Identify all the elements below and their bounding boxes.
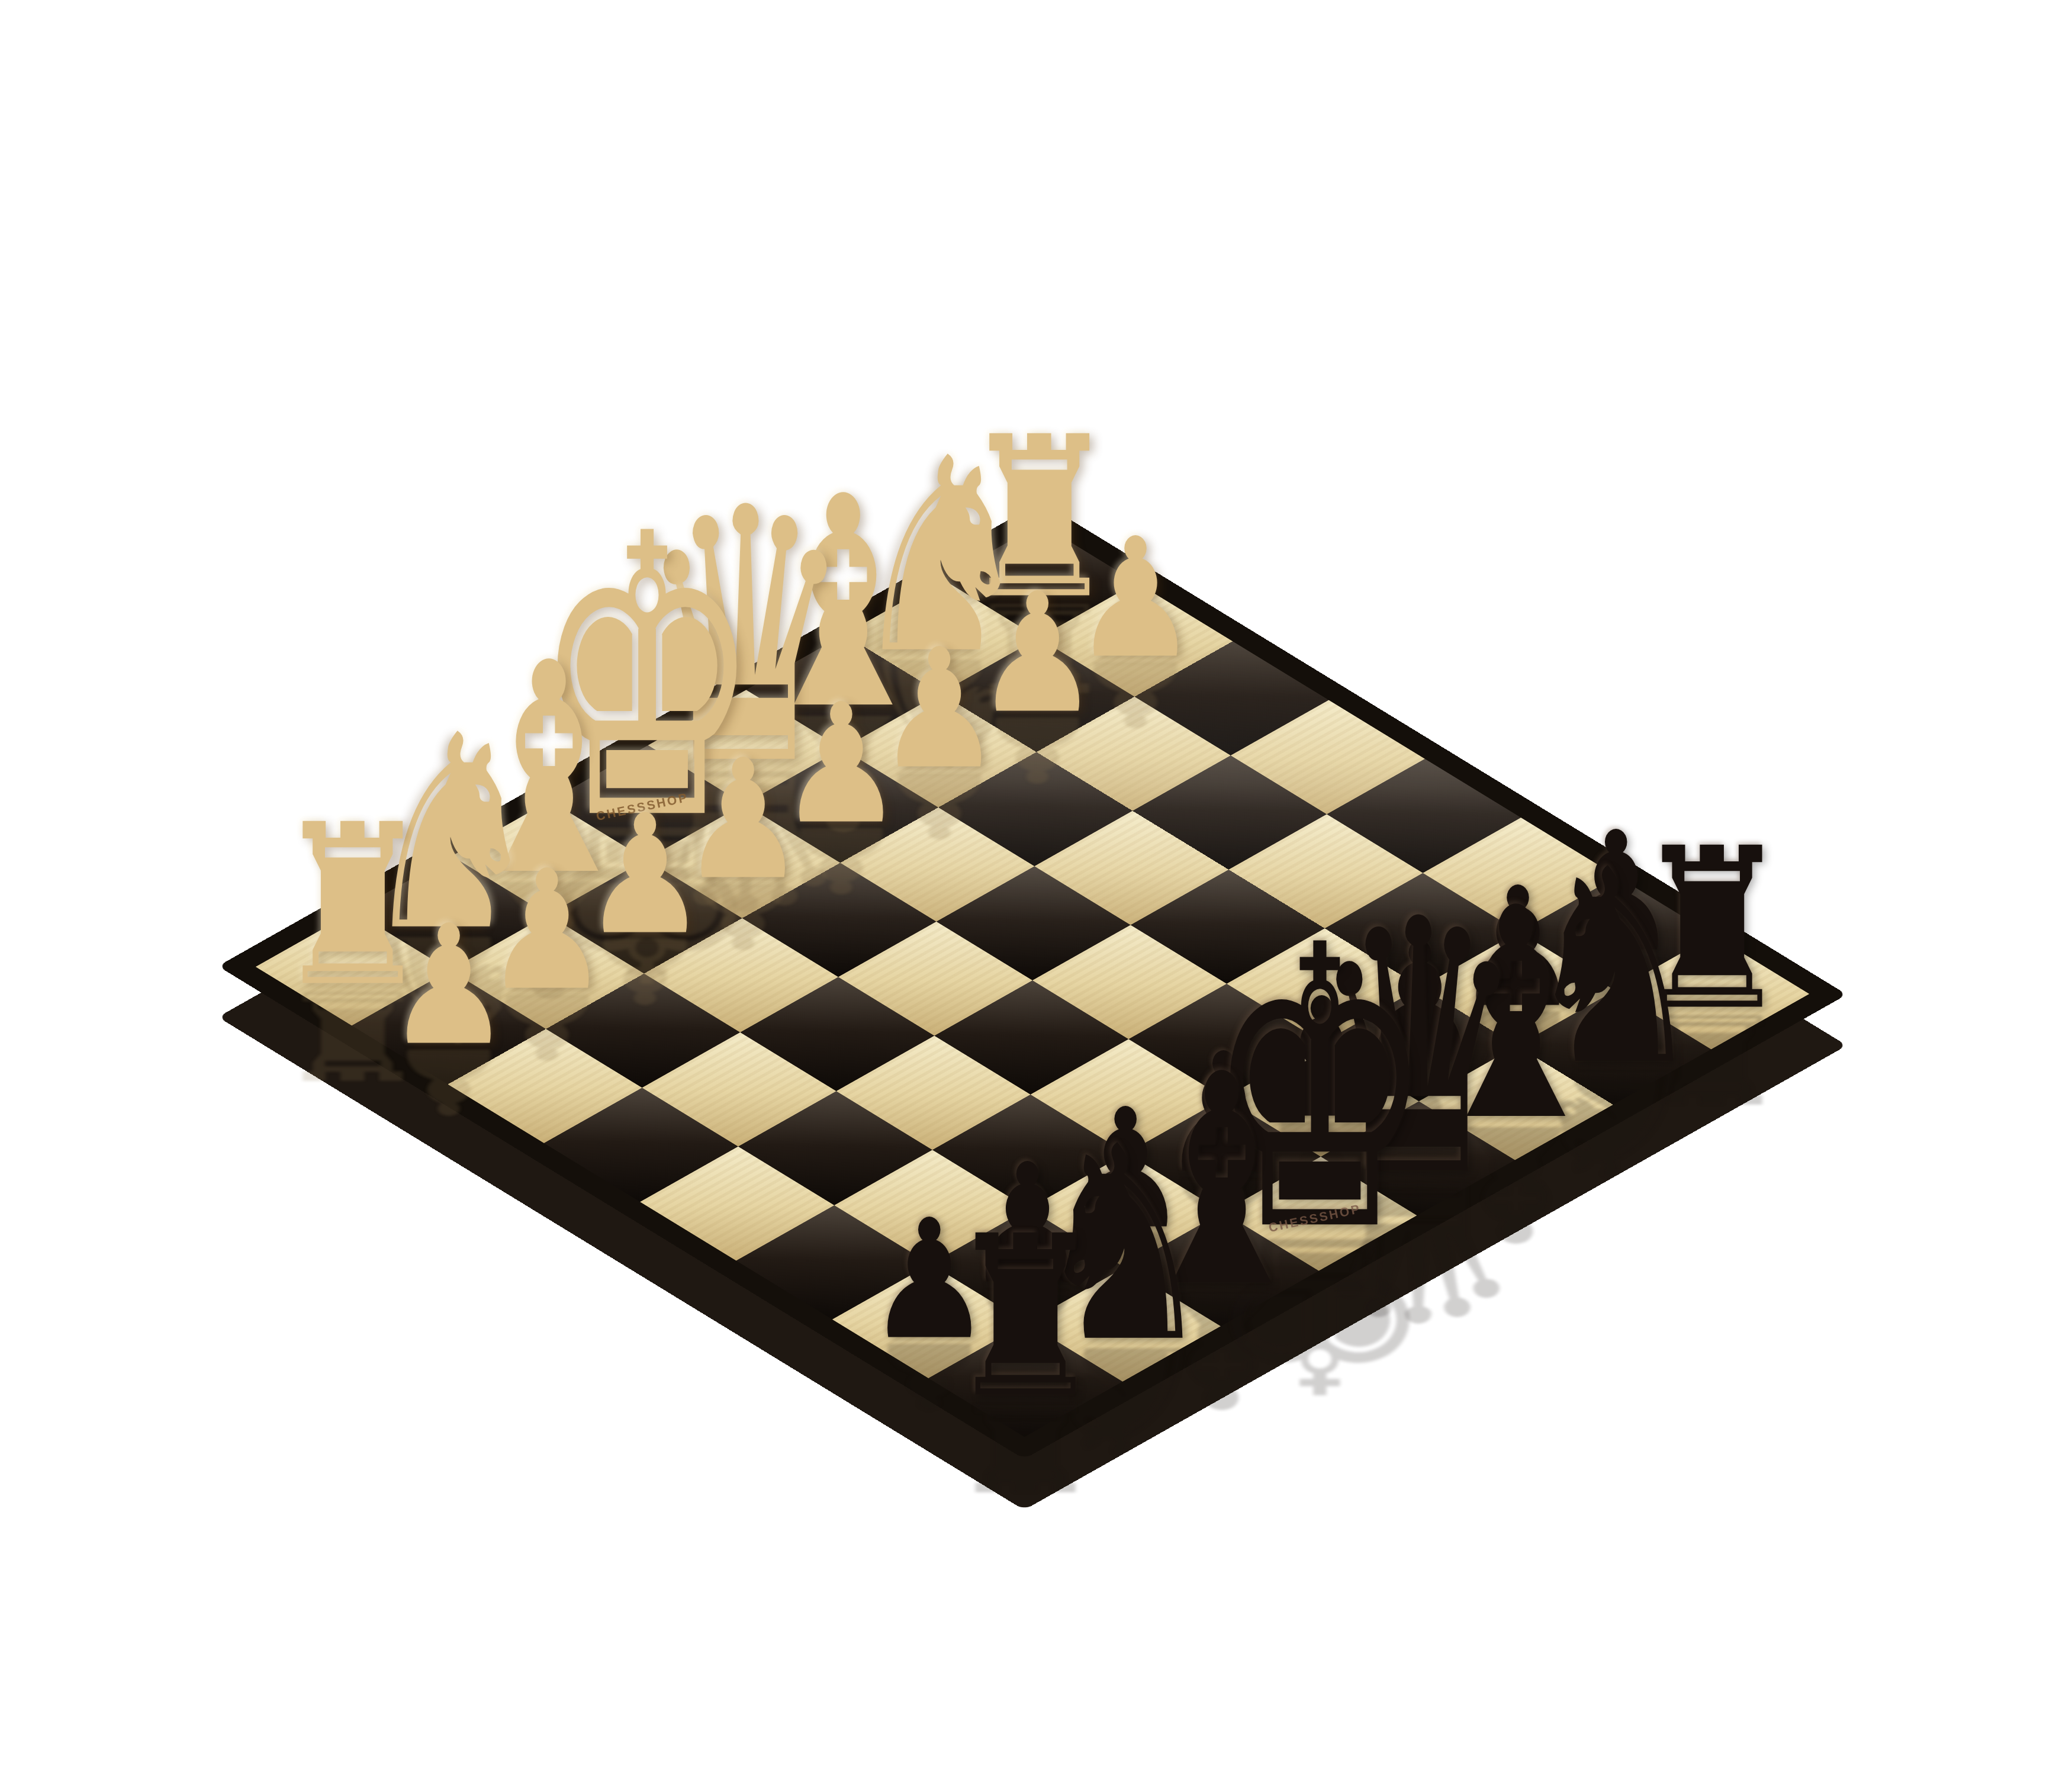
white-pawn-h2[interactable]: ♟ bbox=[386, 904, 511, 1069]
black-rook-h8[interactable]: ♜ bbox=[946, 1207, 1105, 1429]
product-photo-scene: ♜♜♞♞♝♝♛♛♚♚♝♝♞♞♜♜♟♟♟♟♟♟♟♟♟♟♟♟♟♟♟♟♟♟♟♟♟♟♟♟… bbox=[0, 0, 2072, 1776]
